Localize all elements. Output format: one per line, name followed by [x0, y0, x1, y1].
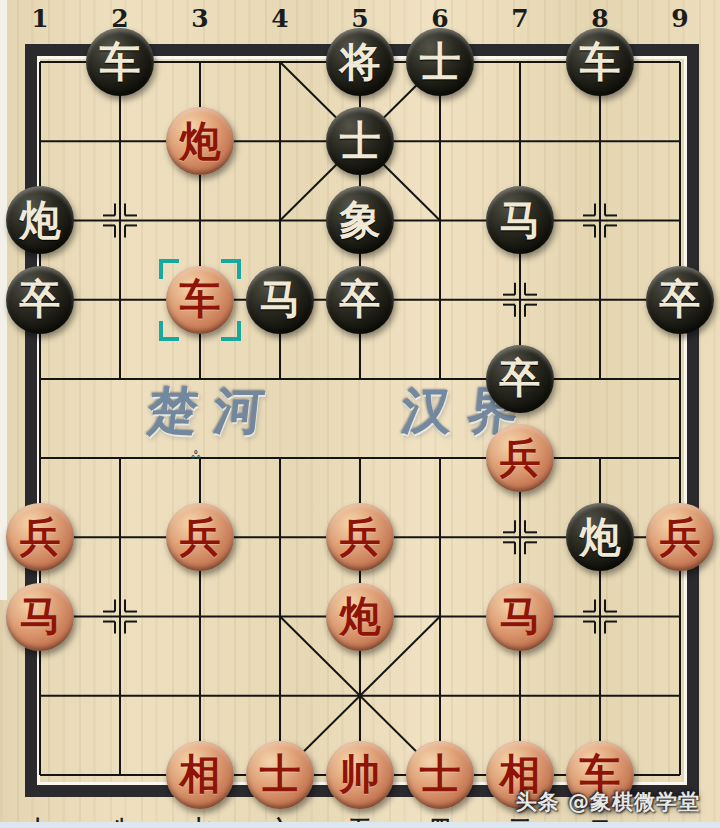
piece-black-cannon[interactable]: 炮	[566, 503, 634, 571]
file-label-1: 1	[20, 4, 60, 33]
piece-character: 车	[100, 42, 141, 83]
piece-character: 马	[500, 596, 541, 637]
piece-black-soldier[interactable]: 卒	[486, 345, 554, 413]
piece-character: 士	[340, 121, 381, 162]
watermark-text: 头条 @象棋微学堂	[516, 788, 700, 816]
piece-black-soldier[interactable]: 卒	[6, 266, 74, 334]
piece-red-horse[interactable]: 马	[6, 583, 74, 651]
piece-character: 炮	[180, 121, 221, 162]
piece-character: 将	[340, 42, 381, 83]
piece-character: 兵	[340, 517, 381, 558]
piece-character: 炮	[580, 517, 621, 558]
piece-red-cannon[interactable]: 炮	[166, 107, 234, 175]
piece-character: 相	[180, 754, 221, 795]
piece-character: 车	[180, 279, 221, 320]
piece-character: 士	[420, 42, 461, 83]
xiangqi-board-screenshot: 123456789 九八七六五四三二一 楚河 汉界 ஃ 车将士车炮士炮象马卒车马…	[0, 0, 720, 828]
piece-character: 兵	[180, 517, 221, 558]
file-label-7: 7	[500, 4, 540, 33]
piece-red-general[interactable]: 帅	[326, 741, 394, 809]
file-label-3: 3	[180, 4, 220, 33]
piece-character: 卒	[340, 279, 381, 320]
river-text-chuhe: 楚河	[145, 383, 283, 439]
piece-red-advisor[interactable]: 士	[246, 741, 314, 809]
piece-black-soldier[interactable]: 卒	[326, 266, 394, 334]
piece-character: 马	[500, 200, 541, 241]
piece-red-soldier[interactable]: 兵	[6, 503, 74, 571]
piece-character: 卒	[20, 279, 61, 320]
piece-red-cannon[interactable]: 炮	[326, 583, 394, 651]
piece-character: 马	[260, 279, 301, 320]
piece-red-horse[interactable]: 马	[486, 583, 554, 651]
piece-character: 马	[20, 596, 61, 637]
piece-black-horse[interactable]: 马	[486, 186, 554, 254]
piece-character: 卒	[660, 279, 701, 320]
piece-character: 象	[340, 200, 381, 241]
piece-black-cannon[interactable]: 炮	[6, 186, 74, 254]
piece-red-advisor[interactable]: 士	[406, 741, 474, 809]
piece-character: 炮	[340, 596, 381, 637]
piece-character: 兵	[20, 517, 61, 558]
piece-red-soldier[interactable]: 兵	[166, 503, 234, 571]
piece-character: 卒	[500, 358, 541, 399]
file-label-4: 4	[260, 4, 300, 33]
piece-character: 车	[580, 42, 621, 83]
bottom-edge-strip	[0, 822, 720, 828]
piece-black-horse[interactable]: 马	[246, 266, 314, 334]
piece-red-soldier[interactable]: 兵	[326, 503, 394, 571]
piece-red-soldier[interactable]: 兵	[646, 503, 714, 571]
piece-character: 兵	[500, 438, 541, 479]
piece-character: 兵	[660, 517, 701, 558]
file-label-9: 9	[660, 4, 700, 33]
piece-character: 炮	[20, 200, 61, 241]
piece-black-soldier[interactable]: 卒	[646, 266, 714, 334]
piece-character: 士	[260, 754, 301, 795]
piece-character: 士	[420, 754, 461, 795]
piece-black-advisor[interactable]: 士	[326, 107, 394, 175]
piece-red-elephant[interactable]: 相	[166, 741, 234, 809]
piece-black-general[interactable]: 将	[326, 28, 394, 96]
piece-red-rook[interactable]: 车	[166, 266, 234, 334]
piece-character: 帅	[340, 754, 381, 795]
river-decor-mark: ஃ	[190, 446, 200, 463]
piece-black-rook[interactable]: 车	[86, 28, 154, 96]
piece-black-advisor[interactable]: 士	[406, 28, 474, 96]
piece-black-rook[interactable]: 车	[566, 28, 634, 96]
piece-red-soldier[interactable]: 兵	[486, 424, 554, 492]
piece-black-elephant[interactable]: 象	[326, 186, 394, 254]
